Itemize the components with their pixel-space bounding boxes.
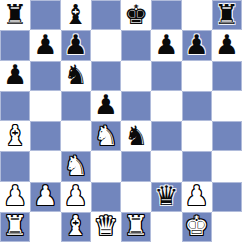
square-c1[interactable]: ♝	[61, 212, 91, 242]
square-d3[interactable]	[91, 151, 121, 181]
black-rook[interactable]: ♜	[215, 1, 239, 28]
white-bishop[interactable]: ♝	[64, 212, 88, 239]
black-rook[interactable]: ♜	[3, 1, 27, 28]
black-knight[interactable]: ♞	[124, 122, 148, 149]
square-c6[interactable]: ♞	[61, 61, 91, 91]
square-g4[interactable]	[182, 121, 212, 151]
square-d1[interactable]: ♛	[91, 212, 121, 242]
square-b3[interactable]	[30, 151, 60, 181]
square-c2[interactable]: ♟	[61, 182, 91, 212]
black-pawn[interactable]: ♟	[185, 31, 209, 58]
square-a2[interactable]: ♟	[0, 182, 30, 212]
square-b6[interactable]	[30, 61, 60, 91]
square-b7[interactable]: ♟	[30, 30, 60, 60]
square-f1[interactable]	[151, 212, 181, 242]
square-d6[interactable]	[91, 61, 121, 91]
square-a1[interactable]: ♜	[0, 212, 30, 242]
square-f3[interactable]	[151, 151, 181, 181]
square-d4[interactable]: ♞	[91, 121, 121, 151]
square-e5[interactable]	[121, 91, 151, 121]
square-e8[interactable]: ♚	[121, 0, 151, 30]
square-c3[interactable]: ♞	[61, 151, 91, 181]
square-g7[interactable]: ♟	[182, 30, 212, 60]
black-pawn[interactable]: ♟	[154, 31, 178, 58]
square-f2[interactable]: ♛	[151, 182, 181, 212]
square-d2[interactable]	[91, 182, 121, 212]
square-a6[interactable]: ♟	[0, 61, 30, 91]
square-c7[interactable]: ♟	[61, 30, 91, 60]
black-pawn[interactable]: ♟	[215, 31, 239, 58]
square-g8[interactable]	[182, 0, 212, 30]
square-f5[interactable]	[151, 91, 181, 121]
square-e1[interactable]: ♜	[121, 212, 151, 242]
white-knight[interactable]: ♞	[64, 152, 88, 179]
black-pawn[interactable]: ♟	[94, 91, 118, 118]
square-e6[interactable]	[121, 61, 151, 91]
white-bishop[interactable]: ♝	[3, 122, 27, 149]
white-pawn[interactable]: ♟	[64, 182, 88, 209]
square-d8[interactable]	[91, 0, 121, 30]
square-d5[interactable]: ♟	[91, 91, 121, 121]
square-a5[interactable]	[0, 91, 30, 121]
square-h7[interactable]: ♟	[212, 30, 242, 60]
white-queen[interactable]: ♛	[94, 212, 118, 239]
white-pawn[interactable]: ♟	[33, 182, 57, 209]
square-f7[interactable]: ♟	[151, 30, 181, 60]
square-e2[interactable]	[121, 182, 151, 212]
black-queen[interactable]: ♛	[154, 182, 178, 209]
square-h3[interactable]	[212, 151, 242, 181]
square-g6[interactable]	[182, 61, 212, 91]
black-knight[interactable]: ♞	[64, 61, 88, 88]
square-d7[interactable]	[91, 30, 121, 60]
square-f4[interactable]	[151, 121, 181, 151]
white-pawn[interactable]: ♟	[185, 182, 209, 209]
square-b8[interactable]	[30, 0, 60, 30]
white-pawn[interactable]: ♟	[3, 182, 27, 209]
square-h6[interactable]	[212, 61, 242, 91]
square-a7[interactable]	[0, 30, 30, 60]
square-g3[interactable]	[182, 151, 212, 181]
black-pawn[interactable]: ♟	[33, 31, 57, 58]
square-a3[interactable]	[0, 151, 30, 181]
white-king[interactable]: ♚	[185, 212, 209, 239]
white-rook[interactable]: ♜	[124, 212, 148, 239]
square-a8[interactable]: ♜	[0, 0, 30, 30]
black-bishop[interactable]: ♝	[64, 1, 88, 28]
square-e4[interactable]: ♞	[121, 121, 151, 151]
black-pawn[interactable]: ♟	[64, 31, 88, 58]
black-pawn[interactable]: ♟	[3, 61, 27, 88]
square-c4[interactable]	[61, 121, 91, 151]
square-a4[interactable]: ♝	[0, 121, 30, 151]
square-b4[interactable]	[30, 121, 60, 151]
square-f8[interactable]	[151, 0, 181, 30]
square-b5[interactable]	[30, 91, 60, 121]
chess-board: ♜♝♚♜♟♟♟♟♟♟♞♟♝♞♞♞♟♟♟♛♟♜♝♛♜♚	[0, 0, 242, 242]
square-g2[interactable]: ♟	[182, 182, 212, 212]
square-c8[interactable]: ♝	[61, 0, 91, 30]
square-b1[interactable]	[30, 212, 60, 242]
square-h4[interactable]	[212, 121, 242, 151]
square-g5[interactable]	[182, 91, 212, 121]
square-h5[interactable]	[212, 91, 242, 121]
square-h8[interactable]: ♜	[212, 0, 242, 30]
square-h1[interactable]	[212, 212, 242, 242]
black-king[interactable]: ♚	[124, 1, 148, 28]
square-b2[interactable]: ♟	[30, 182, 60, 212]
square-c5[interactable]	[61, 91, 91, 121]
square-g1[interactable]: ♚	[182, 212, 212, 242]
white-knight[interactable]: ♞	[94, 122, 118, 149]
square-e3[interactable]	[121, 151, 151, 181]
square-h2[interactable]	[212, 182, 242, 212]
square-e7[interactable]	[121, 30, 151, 60]
square-f6[interactable]	[151, 61, 181, 91]
white-rook[interactable]: ♜	[3, 212, 27, 239]
